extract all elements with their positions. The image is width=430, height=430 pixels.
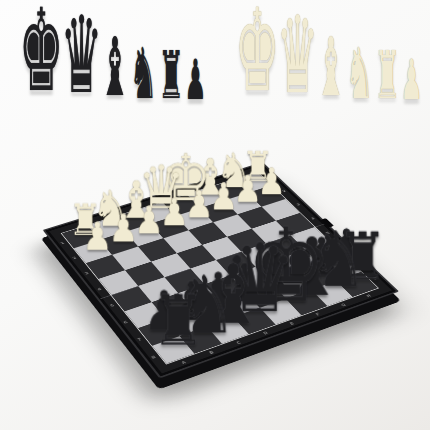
white-piece-lineup: ♚♛♝♞♜♟ — [228, 32, 418, 108]
lineup-black-bishop: ♝ — [99, 27, 118, 108]
lineup-black-rook: ♜ — [158, 42, 175, 108]
lineup-white-king: ♚ — [235, 0, 261, 108]
white-pawn: ♟ — [82, 218, 112, 256]
piece-lineup: ♚♛♝♞♜♟ ♚♛♝♞♜♟ — [0, 0, 430, 108]
black-piece-lineup: ♚♛♝♞♜♟ — [12, 32, 202, 108]
white-pawn: ♟ — [134, 202, 163, 240]
product-photo: ♚♛♝♞♜♟ ♚♛♝♞♜♟ ♜♞♝♛♚♝♞♜♟♟♟♟♟♟♟♟♟♟♟♟♟♟♟♟♜♞… — [0, 0, 430, 430]
lineup-black-king: ♚ — [19, 0, 45, 108]
lineup-white-knight: ♞ — [346, 38, 364, 109]
chessboard: ♜♞♝♛♚♝♞♜♟♟♟♟♟♟♟♟♟♟♟♟♟♟♟♟♜♞♝♛♚♝♞♜ ABCDEFG… — [43, 162, 399, 378]
board-squares: ♜♞♝♛♚♝♞♜♟♟♟♟♟♟♟♟♟♟♟♟♟♟♟♟♜♞♝♛♚♝♞♜ — [62, 172, 378, 363]
black-rook: ♜ — [151, 286, 205, 355]
lineup-white-pawn: ♟ — [401, 53, 415, 109]
lineup-white-bishop: ♝ — [315, 27, 334, 108]
lineup-white-queen: ♛ — [276, 2, 301, 109]
lineup-white-rook: ♜ — [374, 42, 391, 108]
lineup-black-knight: ♞ — [130, 38, 148, 109]
lineup-black-queen: ♛ — [60, 2, 85, 109]
white-pawn: ♟ — [108, 210, 138, 248]
lineup-black-pawn: ♟ — [185, 53, 199, 109]
board-frame: ♜♞♝♛♚♝♞♜♟♟♟♟♟♟♟♟♟♟♟♟♟♟♟♟♜♞♝♛♚♝♞♜ ABCDEFG… — [43, 162, 399, 378]
